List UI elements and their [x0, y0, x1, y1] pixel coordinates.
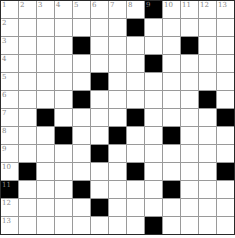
black-cell [91, 73, 108, 90]
black-cell [127, 109, 144, 126]
black-cell [91, 199, 108, 216]
cell-number-label: 7 [2, 109, 6, 117]
grid-cell[interactable] [55, 181, 72, 198]
grid-cell[interactable] [163, 55, 180, 72]
grid-cell[interactable] [37, 37, 54, 54]
crossword-grid: 123456789101112132345678910111213 [0, 0, 235, 235]
cell-number-label: 9 [146, 1, 150, 9]
grid-cell[interactable] [37, 199, 54, 216]
grid-cell[interactable] [145, 37, 162, 54]
grid-cell[interactable] [145, 145, 162, 162]
grid-cell[interactable] [199, 163, 216, 180]
grid-cell[interactable] [73, 19, 90, 36]
cell-number-label: 4 [2, 55, 6, 63]
grid-cell[interactable]: 12 [1, 199, 18, 216]
grid-cell[interactable] [55, 37, 72, 54]
black-cell [163, 181, 180, 198]
grid-cell[interactable] [199, 127, 216, 144]
grid-cell[interactable] [109, 73, 126, 90]
grid-cell[interactable] [217, 55, 234, 72]
grid-cell[interactable] [199, 109, 216, 126]
cell-number-label: 2 [2, 19, 6, 27]
cell-number-label: 8 [128, 1, 132, 9]
grid-cell[interactable] [199, 145, 216, 162]
black-cell [73, 91, 90, 108]
cell-number-label: 11 [2, 181, 11, 189]
grid-cell[interactable] [91, 181, 108, 198]
grid-cell[interactable] [217, 127, 234, 144]
grid-cell[interactable] [217, 199, 234, 216]
grid-cell[interactable] [145, 199, 162, 216]
grid-cell[interactable] [19, 181, 36, 198]
grid-cell[interactable]: 2 [19, 1, 36, 18]
grid-cell[interactable]: 11 [181, 1, 198, 18]
grid-cell[interactable] [37, 181, 54, 198]
black-cell [217, 109, 234, 126]
cell-number-label: 8 [2, 127, 6, 135]
black-cell [127, 163, 144, 180]
cell-number-label: 1 [2, 1, 6, 9]
grid-cell[interactable] [199, 19, 216, 36]
grid-cell[interactable] [55, 163, 72, 180]
grid-cell[interactable] [199, 55, 216, 72]
cell-number-label: 3 [2, 37, 6, 45]
grid-cell[interactable]: 6 [1, 91, 18, 108]
grid-cell[interactable] [109, 55, 126, 72]
cell-number-label: 12 [2, 199, 11, 207]
grid-cell[interactable] [199, 217, 216, 234]
grid-cell[interactable] [145, 73, 162, 90]
grid-cell[interactable] [91, 91, 108, 108]
grid-cell[interactable] [127, 37, 144, 54]
grid-cell[interactable] [127, 199, 144, 216]
grid-cell[interactable] [37, 127, 54, 144]
grid-cell[interactable] [19, 109, 36, 126]
grid-cell[interactable]: 7 [1, 109, 18, 126]
black-cell [19, 163, 36, 180]
crossword-board: 123456789101112132345678910111213 [0, 0, 235, 235]
grid-cell[interactable]: 4 [1, 55, 18, 72]
black-cell [145, 55, 162, 72]
grid-cell[interactable]: 8 [127, 1, 144, 18]
grid-cell[interactable] [91, 109, 108, 126]
grid-cell[interactable] [55, 19, 72, 36]
grid-cell[interactable]: 1 [1, 1, 18, 18]
grid-cell[interactable] [145, 127, 162, 144]
grid-cell[interactable] [19, 73, 36, 90]
grid-cell[interactable] [127, 127, 144, 144]
cell-number-label: 13 [2, 217, 11, 225]
grid-cell[interactable] [91, 217, 108, 234]
grid-cell[interactable] [91, 19, 108, 36]
black-cell [55, 127, 72, 144]
grid-cell[interactable] [181, 217, 198, 234]
grid-cell[interactable] [55, 199, 72, 216]
grid-cell[interactable] [19, 127, 36, 144]
cell-number-label: 4 [56, 1, 60, 9]
grid-cell[interactable] [37, 145, 54, 162]
grid-cell[interactable] [109, 199, 126, 216]
grid-cell[interactable] [145, 19, 162, 36]
grid-cell[interactable] [127, 217, 144, 234]
grid-cell[interactable] [37, 73, 54, 90]
black-cell [73, 37, 90, 54]
cell-number-label: 2 [20, 1, 24, 9]
cell-number-label: 10 [164, 1, 173, 9]
grid-cell[interactable] [145, 181, 162, 198]
grid-cell[interactable] [19, 199, 36, 216]
cell-number-label: 9 [2, 145, 6, 153]
grid-cell[interactable] [91, 163, 108, 180]
grid-cell[interactable] [55, 145, 72, 162]
grid-cell[interactable] [217, 37, 234, 54]
grid-cell[interactable]: 7 [109, 1, 126, 18]
grid-cell[interactable] [73, 199, 90, 216]
black-cell [163, 127, 180, 144]
grid-cell[interactable] [109, 19, 126, 36]
grid-cell[interactable] [37, 55, 54, 72]
grid-cell[interactable]: 6 [91, 1, 108, 18]
grid-cell[interactable] [91, 37, 108, 54]
grid-cell[interactable] [217, 145, 234, 162]
grid-cell[interactable] [19, 217, 36, 234]
grid-cell[interactable] [73, 127, 90, 144]
grid-cell[interactable]: 10 [163, 1, 180, 18]
grid-cell[interactable] [109, 181, 126, 198]
grid-cell[interactable] [199, 73, 216, 90]
cell-number-label: 13 [218, 1, 227, 9]
grid-cell[interactable] [73, 145, 90, 162]
black-cell [217, 163, 234, 180]
cell-number-label: 11 [182, 1, 191, 9]
grid-cell[interactable] [19, 55, 36, 72]
grid-cell[interactable] [163, 73, 180, 90]
grid-cell[interactable] [163, 37, 180, 54]
grid-cell[interactable] [199, 181, 216, 198]
grid-cell[interactable] [127, 55, 144, 72]
black-cell [37, 109, 54, 126]
grid-cell[interactable] [109, 163, 126, 180]
grid-cell[interactable] [19, 19, 36, 36]
grid-cell[interactable]: 13 [217, 1, 234, 18]
grid-cell[interactable] [127, 145, 144, 162]
grid-cell[interactable]: 3 [37, 1, 54, 18]
grid-cell[interactable] [37, 19, 54, 36]
grid-cell[interactable] [127, 91, 144, 108]
grid-cell[interactable] [109, 217, 126, 234]
grid-cell[interactable] [181, 199, 198, 216]
cell-number-label: 6 [2, 91, 6, 99]
grid-cell[interactable] [181, 55, 198, 72]
grid-cell[interactable] [73, 109, 90, 126]
grid-cell[interactable] [181, 19, 198, 36]
grid-cell[interactable] [37, 91, 54, 108]
black-cell [127, 19, 144, 36]
grid-cell[interactable] [163, 163, 180, 180]
grid-cell[interactable] [109, 109, 126, 126]
grid-cell[interactable] [37, 217, 54, 234]
grid-cell[interactable] [55, 91, 72, 108]
grid-cell[interactable] [217, 19, 234, 36]
grid-cell[interactable] [163, 217, 180, 234]
grid-cell[interactable] [181, 163, 198, 180]
grid-cell[interactable] [91, 55, 108, 72]
grid-cell[interactable] [19, 91, 36, 108]
grid-cell[interactable] [127, 181, 144, 198]
black-cell [199, 91, 216, 108]
grid-cell[interactable]: 5 [73, 1, 90, 18]
cell-number-label: 5 [74, 1, 78, 9]
cell-number-label: 12 [200, 1, 209, 9]
grid-cell[interactable] [109, 37, 126, 54]
grid-cell[interactable] [163, 145, 180, 162]
grid-cell[interactable] [109, 91, 126, 108]
grid-cell[interactable] [37, 163, 54, 180]
grid-cell[interactable] [199, 199, 216, 216]
grid-cell[interactable] [145, 91, 162, 108]
grid-cell[interactable]: 2 [1, 19, 18, 36]
black-cell [145, 217, 162, 234]
grid-cell[interactable]: 4 [55, 1, 72, 18]
cell-number-label: 7 [110, 1, 114, 9]
cell-number-label: 3 [38, 1, 42, 9]
grid-cell[interactable] [55, 55, 72, 72]
grid-cell[interactable]: 8 [1, 127, 18, 144]
grid-cell[interactable] [145, 109, 162, 126]
black-cell [73, 181, 90, 198]
grid-cell[interactable] [163, 91, 180, 108]
grid-cell[interactable] [73, 217, 90, 234]
grid-cell[interactable] [55, 73, 72, 90]
grid-cell[interactable] [217, 217, 234, 234]
grid-cell[interactable] [181, 91, 198, 108]
grid-cell[interactable] [55, 217, 72, 234]
grid-cell[interactable]: 12 [199, 1, 216, 18]
grid-cell[interactable] [91, 127, 108, 144]
cell-number-label: 6 [92, 1, 96, 9]
grid-cell[interactable] [181, 127, 198, 144]
black-cell [181, 37, 198, 54]
black-cell: 11 [1, 181, 18, 198]
grid-cell[interactable] [55, 109, 72, 126]
grid-cell[interactable] [217, 73, 234, 90]
grid-cell[interactable] [73, 73, 90, 90]
grid-cell[interactable] [19, 145, 36, 162]
grid-cell[interactable] [163, 199, 180, 216]
grid-cell[interactable]: 13 [1, 217, 18, 234]
grid-cell[interactable] [109, 145, 126, 162]
black-cell: 9 [145, 1, 162, 18]
grid-cell[interactable]: 3 [1, 37, 18, 54]
grid-cell[interactable] [181, 145, 198, 162]
black-cell [109, 127, 126, 144]
grid-cell[interactable] [217, 181, 234, 198]
grid-cell[interactable] [163, 19, 180, 36]
grid-cell[interactable]: 5 [1, 73, 18, 90]
black-cell [91, 145, 108, 162]
grid-cell[interactable]: 10 [1, 163, 18, 180]
grid-cell[interactable] [145, 163, 162, 180]
grid-cell[interactable] [73, 55, 90, 72]
grid-cell[interactable] [217, 91, 234, 108]
grid-cell[interactable] [73, 163, 90, 180]
grid-cell[interactable] [163, 109, 180, 126]
grid-cell[interactable] [181, 73, 198, 90]
cell-number-label: 5 [2, 73, 6, 81]
grid-cell[interactable]: 9 [1, 145, 18, 162]
grid-cell[interactable] [181, 181, 198, 198]
grid-cell[interactable] [127, 73, 144, 90]
grid-cell[interactable] [199, 37, 216, 54]
grid-cell[interactable] [19, 37, 36, 54]
grid-cell[interactable] [181, 109, 198, 126]
cell-number-label: 10 [2, 163, 11, 171]
